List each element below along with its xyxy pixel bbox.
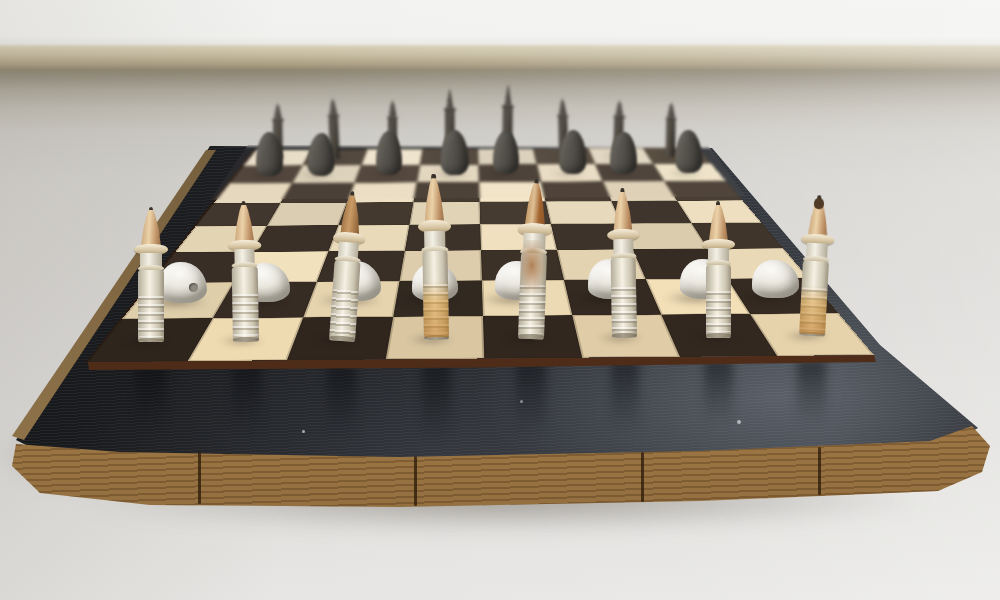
square-c5 xyxy=(338,202,413,225)
square-b4 xyxy=(252,225,339,252)
square-d3 xyxy=(400,250,482,281)
square-f4 xyxy=(551,224,633,250)
piece-shadow xyxy=(467,291,557,308)
piece-shadow xyxy=(559,290,650,307)
piece-shadow xyxy=(398,333,464,346)
square-e5 xyxy=(480,201,551,224)
piece-shadow xyxy=(112,336,179,349)
piece-shadow xyxy=(314,155,351,162)
piece-reflection xyxy=(327,364,356,439)
piece-shadow xyxy=(588,332,652,344)
dust-speck xyxy=(737,420,741,424)
piece-shadow xyxy=(424,169,477,179)
piece-shadow xyxy=(650,153,685,160)
square-f5 xyxy=(546,201,622,224)
square-e3 xyxy=(481,250,564,281)
piece-reflection xyxy=(232,365,261,436)
piece-reflection xyxy=(136,365,166,433)
piece-shadow xyxy=(303,292,395,309)
piece-shadow xyxy=(213,293,304,310)
piece-shadow xyxy=(594,168,644,178)
piece-shadow xyxy=(240,170,291,180)
dust-speck xyxy=(302,430,305,433)
piece-reflection xyxy=(422,363,451,446)
square-e4 xyxy=(480,224,557,250)
wood-crack xyxy=(198,452,201,504)
piece-shadow xyxy=(257,155,293,162)
piece-shadow xyxy=(660,168,711,178)
piece-shadow xyxy=(129,293,222,311)
piece-reflection xyxy=(611,361,639,436)
piece-reflection xyxy=(797,360,826,431)
piece-reflection xyxy=(704,360,732,428)
square-b5 xyxy=(267,203,347,226)
chess-photo-scene xyxy=(0,0,1000,600)
piece-shadow xyxy=(485,154,523,161)
piece-reflection xyxy=(516,362,546,442)
wood-crack xyxy=(414,456,417,506)
square-d5 xyxy=(409,202,480,225)
piece-shadow xyxy=(477,169,527,179)
piece-shadow xyxy=(291,170,343,180)
wood-crack xyxy=(641,452,644,502)
square-d4 xyxy=(405,224,481,250)
square-b3 xyxy=(234,251,329,282)
square-f3 xyxy=(557,249,646,280)
piece-shadow xyxy=(724,289,813,306)
square-c4 xyxy=(328,225,409,252)
square-c3 xyxy=(317,251,405,282)
wood-crack xyxy=(818,447,821,495)
